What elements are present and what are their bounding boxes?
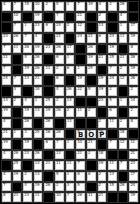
letter-cell[interactable]: 13 (33, 107, 44, 118)
letter-cell[interactable]: 1 (65, 139, 76, 150)
code-number: 6 (56, 76, 58, 80)
code-number: 15 (109, 183, 114, 187)
letter-cell[interactable]: 26 (22, 44, 33, 55)
letter-cell[interactable]: 11 (86, 192, 97, 203)
code-number: 23 (45, 45, 50, 49)
letter-cell[interactable]: 5 (75, 182, 86, 193)
letter-cell[interactable]: 4 (22, 54, 33, 65)
letter-cell[interactable]: 25 (12, 160, 23, 171)
letter-cell[interactable]: 6 (43, 139, 54, 150)
letter-cell[interactable]: 13 (65, 118, 76, 129)
code-number: 2 (56, 66, 58, 70)
letter-cell[interactable]: 13 (54, 150, 65, 161)
letter-cell[interactable]: 22 (75, 86, 86, 97)
letter-cell[interactable]: 19 (22, 107, 33, 118)
letter-cell[interactable]: 2 (118, 118, 129, 129)
letter-cell[interactable]: 23 (75, 33, 86, 44)
letter-cell[interactable]: 25 (43, 97, 54, 108)
code-number: 8 (130, 45, 132, 49)
letter-cell[interactable]: 21 (75, 12, 86, 23)
letter-cell[interactable]: 17 (128, 22, 139, 33)
code-number: 19 (99, 76, 104, 80)
black-cell (12, 139, 23, 150)
black-cell (43, 54, 54, 65)
code-number: 7 (14, 76, 16, 80)
letter-cell[interactable]: 2 (97, 12, 108, 23)
letter-cell[interactable]: 11 (128, 139, 139, 150)
letter-cell[interactable]: 1 (75, 65, 86, 76)
code-number: 4 (56, 87, 58, 91)
letter-cell[interactable]: 19 (97, 86, 108, 97)
code-number: 4 (120, 13, 122, 17)
code-number: 1 (67, 55, 69, 59)
letter-cell[interactable]: 7 (75, 160, 86, 171)
letter-cell[interactable]: 2 (128, 107, 139, 118)
letter-cell[interactable]: 10 (54, 192, 65, 203)
letter-cell[interactable]: 8 (128, 44, 139, 55)
code-number: 11 (14, 45, 19, 49)
letter-cell[interactable]: 11 (33, 192, 44, 203)
code-number: 10 (35, 2, 40, 6)
black-cell (1, 160, 12, 171)
letter-cell[interactable]: 13 (65, 97, 76, 108)
code-number: 7 (77, 2, 79, 6)
codeword-grid: 4715102517194226101972124712362421213117… (0, 0, 140, 204)
letter-cell[interactable]: 19 (86, 1, 97, 12)
letter-cell[interactable]: 2 (65, 22, 76, 33)
letter-cell[interactable]: 6 (107, 107, 118, 118)
letter-cell[interactable]: 2 (97, 171, 108, 182)
letter-cell[interactable]: 11 (118, 33, 129, 44)
black-cell (43, 12, 54, 23)
code-number: 25 (45, 98, 50, 102)
code-number: 17 (130, 172, 135, 176)
letter-cell[interactable]: 19 (22, 139, 33, 150)
letter-cell[interactable]: 2 (97, 182, 108, 193)
black-cell (86, 118, 97, 129)
letter-cell[interactable]: 26 (54, 107, 65, 118)
code-number: 19 (24, 66, 29, 70)
letter-cell[interactable]: 7 (12, 75, 23, 86)
letter-cell[interactable]: 23 (128, 160, 139, 171)
black-cell (107, 192, 118, 203)
code-number: 22 (77, 87, 82, 91)
letter-cell[interactable]: 4 (22, 182, 33, 193)
black-cell (43, 33, 54, 44)
code-number: 7 (14, 2, 16, 6)
letter-cell[interactable]: 1 (118, 97, 129, 108)
letter-cell[interactable]: 5 (54, 1, 65, 12)
letter-cell[interactable]: 19 (97, 75, 108, 86)
letter-cell[interactable]: 26 (54, 129, 65, 140)
letter-cell[interactable]: 26 (128, 54, 139, 65)
code-number: 23 (3, 34, 8, 38)
letter-cell[interactable]: 11 (107, 118, 118, 129)
letter-cell[interactable]: 14 (128, 97, 139, 108)
code-number: 18 (99, 151, 104, 155)
letter-cell[interactable]: 21 (97, 54, 108, 65)
code-number: 4 (24, 55, 26, 59)
letter-cell[interactable]: 26 (43, 182, 54, 193)
letter-cell[interactable]: 4 (97, 1, 108, 12)
letter-cell[interactable]: 5 (86, 86, 97, 97)
letter-cell[interactable]: 23 (107, 33, 118, 44)
black-cell (43, 86, 54, 97)
code-number: 19 (45, 108, 50, 112)
letter-cell[interactable]: 12 (118, 139, 129, 150)
letter-cell[interactable]: 17 (65, 44, 76, 55)
letter-cell[interactable]: 4 (1, 150, 12, 161)
code-number: 12 (120, 76, 125, 80)
letter-cell[interactable]: 24 (107, 75, 118, 86)
letter-cell[interactable]: 21 (128, 150, 139, 161)
letter-cell[interactable]: 26 (128, 75, 139, 86)
letter-cell[interactable]: 19 (1, 107, 12, 118)
code-number: 19 (99, 161, 104, 165)
letter-cell[interactable]: 26 (12, 150, 23, 161)
code-number: 26 (120, 183, 125, 187)
code-number: 23 (109, 34, 114, 38)
code-number: 4 (3, 2, 5, 6)
letter-cell[interactable]: 4 (54, 86, 65, 97)
letter-cell[interactable]: 15 (107, 182, 118, 193)
letter-cell[interactable]: 26 (33, 65, 44, 76)
letter-cell[interactable]: 6 (86, 171, 97, 182)
letter-cell[interactable]: 23 (22, 192, 33, 203)
letter-cell[interactable]: 4 (22, 97, 33, 108)
black-cell (107, 150, 118, 161)
letter-cell[interactable]: 23 (97, 97, 108, 108)
black-cell (43, 171, 54, 182)
code-number: 21 (14, 193, 19, 197)
code-number: 5 (56, 2, 58, 6)
letter-cell[interactable]: 13 (33, 171, 44, 182)
black-cell (128, 12, 139, 23)
code-number: 25 (35, 130, 40, 134)
letter-cell[interactable]: 3 (22, 129, 33, 140)
letter-cell[interactable]: 21 (1, 129, 12, 140)
letter-cell[interactable]: 19 (128, 192, 139, 203)
letter-cell[interactable]: 16 (43, 129, 54, 140)
letter-cell[interactable]: 8 (1, 192, 12, 203)
code-number: 19 (88, 2, 93, 6)
letter-cell[interactable]: 4 (33, 33, 44, 44)
code-number: 13 (35, 161, 40, 165)
letter-cell[interactable]: 7 (1, 44, 12, 55)
code-number: 21 (120, 55, 125, 59)
letter-cell[interactable]: 7 (118, 160, 129, 171)
black-cell (22, 160, 33, 171)
letter-cell[interactable]: 2 (118, 65, 129, 76)
letter-cell[interactable]: 4 (1, 118, 12, 129)
letter-cell[interactable]: 1 (65, 171, 76, 182)
letter-cell[interactable]: 2 (22, 171, 33, 182)
black-cell (65, 12, 76, 23)
letter-cell[interactable]: 18 (33, 86, 44, 97)
letter-cell[interactable]: 19 (1, 139, 12, 150)
letter-cell[interactable]: 6 (97, 33, 108, 44)
letter-cell[interactable]: 19 (12, 171, 23, 182)
letter-cell[interactable]: 21 (86, 139, 97, 150)
letter-cell[interactable]: 7 (54, 139, 65, 150)
letter-cell[interactable]: 23 (43, 44, 54, 55)
letter-cell[interactable]: 26 (118, 182, 129, 193)
letter-cell[interactable]: 7 (1, 65, 12, 76)
code-number: 7 (67, 193, 69, 197)
code-number: 6 (45, 140, 47, 144)
code-number: 15 (24, 2, 29, 6)
letter-cell[interactable]: 19 (43, 107, 54, 118)
code-number: 2 (24, 172, 26, 176)
code-number: 11 (120, 34, 125, 38)
code-number: 19 (99, 87, 104, 91)
letter-cell[interactable]: 7 (12, 22, 23, 33)
letter-cell[interactable]: 2 (128, 86, 139, 97)
letter-cell[interactable]: 1 (33, 97, 44, 108)
letter-cell[interactable]: 1 (65, 54, 76, 65)
letter-cell[interactable]: 26 (12, 33, 23, 44)
letter-cell[interactable]: 23 (1, 33, 12, 44)
letter-cell[interactable]: 17 (128, 171, 139, 182)
letter-cell[interactable]: 19 (86, 54, 97, 65)
letter-cell[interactable]: 1 (12, 129, 23, 140)
letter-cell[interactable]: 3 (65, 182, 76, 193)
code-number: 7 (109, 66, 111, 70)
code-number: 26 (35, 55, 40, 59)
letter-cell[interactable]: 19 (75, 75, 86, 86)
black-cell (75, 54, 86, 65)
letter-cell[interactable]: 7 (22, 33, 33, 44)
code-number: 18 (120, 130, 125, 134)
letter-cell[interactable]: 2 (86, 107, 97, 118)
letter-cell[interactable]: 26 (22, 118, 33, 129)
code-number: 26 (14, 34, 19, 38)
letter-cell[interactable]: 15 (22, 1, 33, 12)
letter-cell[interactable]: 7 (107, 65, 118, 76)
code-number: 21 (130, 151, 135, 155)
black-cell (107, 22, 118, 33)
code-number: 14 (130, 98, 135, 102)
code-number: 2 (56, 183, 58, 187)
code-number: 21 (88, 34, 93, 38)
letter-cell[interactable]: 11 (54, 160, 65, 171)
letter-cell[interactable]: 2 (65, 107, 76, 118)
letter-cell[interactable]: 21 (33, 75, 44, 86)
letter-cell[interactable]: 19 (33, 44, 44, 55)
letter-cell[interactable]: 13 (107, 171, 118, 182)
letter-cell[interactable]: 11 (75, 107, 86, 118)
letter-cell[interactable]: 21 (54, 33, 65, 44)
letter-cell[interactable]: 19 (128, 65, 139, 76)
letter-cell[interactable]: 13 (33, 160, 44, 171)
code-number: 24 (130, 183, 135, 187)
code-number: 2 (14, 98, 16, 102)
letter-cell[interactable]: 12 (75, 22, 86, 33)
letter-cell[interactable]: 25 (86, 65, 97, 76)
letter-cell[interactable]: 19 (107, 44, 118, 55)
letter-cell[interactable]: 2 (54, 182, 65, 193)
letter-cell[interactable]: 26 (75, 192, 86, 203)
letter-cell[interactable]: 1 (118, 22, 129, 33)
letter-cell[interactable]: 21 (75, 150, 86, 161)
letter-cell[interactable]: 2 (54, 65, 65, 76)
black-cell (75, 118, 86, 129)
letter-cell[interactable]: 19 (97, 160, 108, 171)
letter-cell[interactable]: 11 (12, 44, 23, 55)
letter-cell[interactable]: 5 (54, 171, 65, 182)
letter-cell[interactable]: 6 (65, 65, 76, 76)
letter-cell[interactable]: 1 (22, 22, 33, 33)
code-number: 12 (120, 140, 125, 144)
code-number: 2 (88, 151, 90, 155)
code-number: 2 (130, 108, 132, 112)
code-number: 24 (109, 76, 114, 80)
black-cell (1, 22, 12, 33)
code-number: 19 (130, 34, 135, 38)
code-number: 11 (56, 161, 61, 165)
letter-cell[interactable]: 5 (107, 97, 118, 108)
letter-cell[interactable]: 25 (107, 54, 118, 65)
letter-cell[interactable]: 10 (33, 1, 44, 12)
letter-cell[interactable]: 8 (75, 171, 86, 182)
letter-cell[interactable]: 7O (86, 129, 97, 140)
letter-cell[interactable]: 21 (12, 192, 23, 203)
letter-cell[interactable]: 7 (75, 1, 86, 12)
code-number: 2 (120, 66, 122, 70)
code-number: 19 (88, 55, 93, 59)
letter-cell[interactable]: 19 (22, 65, 33, 76)
letter-cell[interactable]: 21 (43, 160, 54, 171)
letter-cell[interactable]: 26 (33, 150, 44, 161)
letter-cell[interactable]: 21 (86, 33, 97, 44)
code-number: 2 (99, 13, 101, 17)
letter-cell[interactable]: 2 (43, 1, 54, 12)
code-number: 26 (56, 130, 61, 134)
black-cell (118, 44, 129, 55)
letter-cell[interactable]: 8 (128, 118, 139, 129)
black-cell (75, 44, 86, 55)
code-number: 24 (56, 23, 61, 27)
letter-cell[interactable]: 19 (33, 12, 44, 23)
code-number: 1 (120, 98, 122, 102)
code-number: 26 (130, 76, 135, 80)
black-cell (118, 171, 129, 182)
letter-cell[interactable]: 21 (1, 54, 12, 65)
letter-cell[interactable]: 11 (43, 65, 54, 76)
code-number: 1 (67, 172, 69, 176)
letter-cell[interactable]: 26 (65, 86, 76, 97)
black-cell (65, 150, 76, 161)
letter-cell[interactable]: 6 (43, 22, 54, 33)
code-number: 2 (109, 87, 111, 91)
letter-cell[interactable]: 13 (97, 22, 108, 33)
letter-cell[interactable]: 26 (33, 54, 44, 65)
letter-cell[interactable]: 25 (33, 129, 44, 140)
black-cell (65, 75, 76, 86)
letter-cell[interactable]: 2 (107, 1, 118, 12)
code-number: 19 (35, 183, 40, 187)
letter-cell[interactable]: 7 (65, 192, 76, 203)
letter-cell[interactable]: 4 (1, 171, 12, 182)
letter-cell[interactable]: 26P (97, 129, 108, 140)
letter-cell[interactable]: 13 (22, 75, 33, 86)
letter-cell[interactable]: 13 (1, 97, 12, 108)
letter-cell[interactable]: 24 (128, 182, 139, 193)
code-number: 7 (3, 66, 5, 70)
letter-cell[interactable]: 24 (54, 22, 65, 33)
code-number: 5 (77, 183, 79, 187)
code-number: 1 (77, 66, 79, 70)
letter-cell[interactable]: 2 (54, 97, 65, 108)
letter-cell[interactable]: 10 (75, 139, 86, 150)
code-number: 26 (130, 55, 135, 59)
letter-cell[interactable]: 2 (97, 118, 108, 129)
letter-cell[interactable]: 21 (97, 192, 108, 203)
code-number: 25 (88, 66, 93, 70)
code-number: 17 (130, 23, 135, 27)
letter-cell[interactable]: 11 (107, 160, 118, 171)
code-number: 10 (56, 193, 61, 197)
letter-cell[interactable]: 2 (12, 97, 23, 108)
letter-cell[interactable]: 26 (54, 44, 65, 55)
letter-cell[interactable]: 6 (54, 54, 65, 65)
letter-cell[interactable]: 7 (54, 12, 65, 23)
code-number: 21 (56, 34, 61, 38)
black-cell (118, 107, 129, 118)
letter-cell[interactable]: 7 (107, 139, 118, 150)
letter-cell[interactable]: 26 (43, 118, 54, 129)
letter-cell[interactable]: 19 (128, 33, 139, 44)
code-number: 13 (67, 119, 72, 123)
letter-cell[interactable]: 23 (33, 22, 44, 33)
black-cell (12, 118, 23, 129)
letter-cell[interactable]: 11 (65, 160, 76, 171)
given-letter: B (76, 132, 85, 139)
code-number: 4 (3, 119, 5, 123)
letter-cell[interactable]: 12 (118, 75, 129, 86)
letter-cell[interactable]: 23 (22, 150, 33, 161)
letter-cell[interactable]: 26 (118, 1, 129, 12)
letter-cell[interactable]: 1 (65, 1, 76, 12)
code-number: 6 (99, 34, 101, 38)
given-letter: O (87, 132, 96, 139)
letter-cell[interactable]: 5B (75, 129, 86, 140)
letter-cell[interactable]: 21 (118, 54, 129, 65)
letter-cell[interactable]: 18 (118, 129, 129, 140)
letter-cell[interactable]: 3 (12, 86, 23, 97)
code-number: 11 (35, 193, 40, 197)
letter-cell[interactable]: 18 (97, 150, 108, 161)
letter-cell[interactable]: 7 (1, 182, 12, 193)
code-number: 19 (35, 45, 40, 49)
letter-cell[interactable]: 7 (12, 1, 23, 12)
code-number: 7 (3, 45, 5, 49)
letter-cell[interactable]: 4 (118, 12, 129, 23)
letter-cell[interactable]: 26 (86, 44, 97, 55)
code-number: 13 (56, 151, 61, 155)
letter-cell[interactable]: 10 (12, 12, 23, 23)
code-number: 26 (120, 2, 125, 6)
letter-cell[interactable]: 2 (86, 150, 97, 161)
letter-cell[interactable]: 6 (54, 75, 65, 86)
letter-cell[interactable]: 2 (107, 86, 118, 97)
black-cell (86, 182, 97, 193)
letter-cell[interactable]: 4 (1, 1, 12, 12)
letter-cell[interactable]: 24 (1, 75, 12, 86)
code-number: 13 (67, 98, 72, 102)
letter-cell[interactable]: 19 (33, 182, 44, 193)
code-number: 17 (67, 45, 72, 49)
